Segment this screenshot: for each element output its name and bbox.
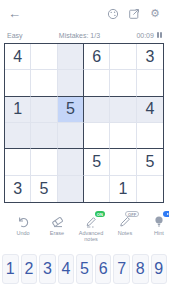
cell-r5c3[interactable] bbox=[58, 149, 84, 175]
compose-icon[interactable] bbox=[128, 8, 140, 20]
difficulty-label: Easy bbox=[7, 32, 23, 39]
palette-icon[interactable] bbox=[107, 8, 119, 20]
cell-r3c2[interactable] bbox=[31, 97, 57, 123]
numpad-key-1[interactable]: 1 bbox=[2, 254, 19, 284]
number-pad: 123456789 bbox=[0, 254, 169, 284]
erase-label: Erase bbox=[40, 230, 74, 236]
cell-r2c5[interactable] bbox=[110, 70, 136, 96]
cell-r3c5[interactable] bbox=[110, 97, 136, 123]
cell-r1c2[interactable] bbox=[31, 44, 57, 70]
status-bar: Easy Mistakes: 1/3 00:09 bbox=[0, 28, 169, 42]
lightbulb-icon bbox=[153, 215, 165, 228]
advanced-notes-pencil-icon bbox=[85, 215, 98, 228]
play-icon bbox=[167, 213, 169, 215]
numpad-key-9[interactable]: 9 bbox=[151, 254, 168, 284]
cell-r1c5[interactable] bbox=[110, 44, 136, 70]
toolbar: Undo Erase ON Advanced notes bbox=[0, 213, 169, 251]
settings-gear-icon[interactable]: ⚙ bbox=[149, 8, 161, 20]
cell-r5c6[interactable]: 5 bbox=[137, 149, 163, 175]
cell-r1c3[interactable] bbox=[58, 44, 84, 70]
cell-r2c1[interactable] bbox=[5, 70, 31, 96]
cell-r5c5[interactable] bbox=[110, 149, 136, 175]
notes-label: Notes bbox=[108, 230, 142, 236]
sudoku-board: 46315455351 bbox=[4, 43, 164, 203]
numpad-key-8[interactable]: 8 bbox=[132, 254, 149, 284]
advanced-notes-label: Advanced notes bbox=[74, 230, 108, 243]
cell-r3c6[interactable]: 4 bbox=[137, 97, 163, 123]
pause-button[interactable] bbox=[157, 32, 162, 38]
hint-ad-badge bbox=[163, 211, 169, 217]
cell-r1c4[interactable]: 6 bbox=[84, 44, 110, 70]
cell-r5c2[interactable] bbox=[31, 149, 57, 175]
numpad-key-7[interactable]: 7 bbox=[113, 254, 130, 284]
back-button[interactable]: ← bbox=[8, 7, 21, 20]
cell-r4c2[interactable] bbox=[31, 123, 57, 149]
cell-r3c4[interactable] bbox=[84, 97, 110, 123]
numpad-key-4[interactable]: 4 bbox=[58, 254, 75, 284]
cell-r6c4[interactable] bbox=[84, 176, 110, 202]
cell-r4c4[interactable] bbox=[84, 123, 110, 149]
advanced-notes-on-badge: ON bbox=[95, 211, 105, 217]
cell-r4c6[interactable] bbox=[137, 123, 163, 149]
undo-icon bbox=[17, 216, 30, 228]
cell-r6c1[interactable]: 3 bbox=[5, 176, 31, 202]
numpad-key-6[interactable]: 6 bbox=[95, 254, 112, 284]
numpad-key-5[interactable]: 5 bbox=[76, 254, 93, 284]
cell-r3c3[interactable]: 5 bbox=[58, 97, 84, 123]
cell-r6c2[interactable]: 5 bbox=[31, 176, 57, 202]
timer-label: 00:09 bbox=[136, 32, 154, 39]
undo-label: Undo bbox=[6, 230, 40, 236]
top-bar-actions: ⚙ bbox=[107, 8, 161, 20]
undo-button[interactable]: Undo bbox=[6, 213, 40, 251]
hint-label: Hint bbox=[142, 230, 169, 236]
mistakes-label: Mistakes: 1/3 bbox=[59, 32, 100, 39]
numpad-key-2[interactable]: 2 bbox=[21, 254, 38, 284]
numpad-key-3[interactable]: 3 bbox=[39, 254, 56, 284]
cell-r2c3[interactable] bbox=[58, 70, 84, 96]
cell-r4c5[interactable] bbox=[110, 123, 136, 149]
cell-r4c1[interactable] bbox=[5, 123, 31, 149]
notes-off-badge: OFF bbox=[125, 211, 139, 217]
hint-button[interactable]: Hint bbox=[142, 213, 169, 251]
cell-r6c6[interactable] bbox=[137, 176, 163, 202]
advanced-notes-button[interactable]: ON Advanced notes bbox=[74, 213, 108, 251]
cell-r2c4[interactable] bbox=[84, 70, 110, 96]
cell-r6c3[interactable] bbox=[58, 176, 84, 202]
cell-r2c2[interactable] bbox=[31, 70, 57, 96]
top-bar: ← ⚙ bbox=[0, 0, 169, 27]
cell-r1c6[interactable]: 3 bbox=[137, 44, 163, 70]
cell-r1c1[interactable]: 4 bbox=[5, 44, 31, 70]
cell-r6c5[interactable]: 1 bbox=[110, 176, 136, 202]
notes-button[interactable]: OFF Notes bbox=[108, 213, 142, 251]
cell-r5c1[interactable] bbox=[5, 149, 31, 175]
erase-button[interactable]: Erase bbox=[40, 213, 74, 251]
cell-r4c3[interactable] bbox=[58, 123, 84, 149]
cell-r5c4[interactable]: 5 bbox=[84, 149, 110, 175]
eraser-icon bbox=[51, 215, 64, 228]
cell-r2c6[interactable] bbox=[137, 70, 163, 96]
cell-r3c1[interactable]: 1 bbox=[5, 97, 31, 123]
